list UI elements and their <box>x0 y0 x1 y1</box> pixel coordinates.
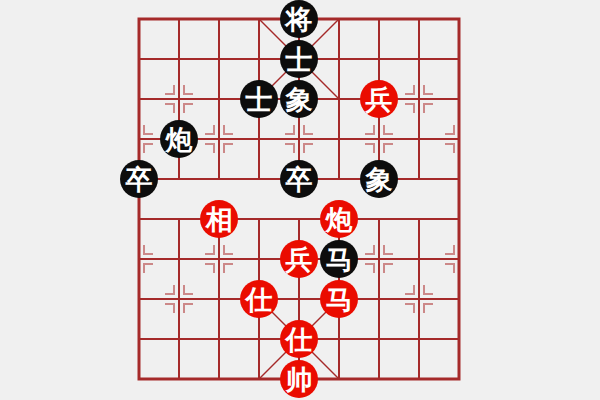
piece-red-horse[interactable]: 马 <box>320 280 358 318</box>
piece-black-pawn[interactable]: 卒 <box>280 160 318 198</box>
piece-black-general[interactable]: 将 <box>280 0 318 38</box>
piece-black-elephant[interactable]: 象 <box>280 80 318 118</box>
piece-red-pawn[interactable]: 兵 <box>280 240 318 278</box>
piece-red-elephant[interactable]: 相 <box>200 200 238 238</box>
piece-black-advisor[interactable]: 士 <box>240 80 278 118</box>
piece-black-horse[interactable]: 马 <box>320 240 358 278</box>
piece-black-advisor[interactable]: 士 <box>280 40 318 78</box>
board-pieces-grid[interactable]: 将士士象兵炮卒卒象相炮兵马仕马仕帅 <box>119 0 479 399</box>
piece-red-advisor[interactable]: 仕 <box>280 320 318 358</box>
piece-red-general[interactable]: 帅 <box>280 360 318 398</box>
piece-black-cannon[interactable]: 炮 <box>160 120 198 158</box>
piece-red-pawn[interactable]: 兵 <box>360 80 398 118</box>
xiangqi-board: 将士士象兵炮卒卒象相炮兵马仕马仕帅 <box>119 0 479 399</box>
piece-red-cannon[interactable]: 炮 <box>320 200 358 238</box>
piece-black-pawn[interactable]: 卒 <box>120 160 158 198</box>
xiangqi-screenshot: 将士士象兵炮卒卒象相炮兵马仕马仕帅 <box>0 0 600 400</box>
piece-black-elephant[interactable]: 象 <box>360 160 398 198</box>
piece-red-advisor[interactable]: 仕 <box>240 280 278 318</box>
